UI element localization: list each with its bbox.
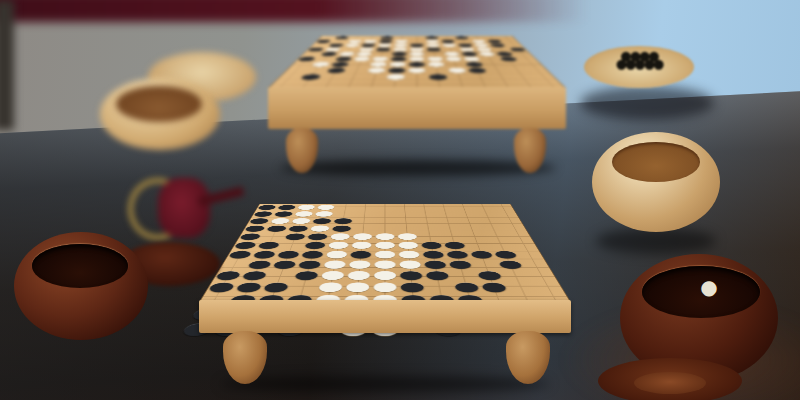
empty-point bbox=[395, 211, 416, 218]
empty-point bbox=[498, 217, 523, 224]
empty-point bbox=[532, 281, 566, 293]
foreground-goban-apron bbox=[199, 300, 571, 333]
empty-point bbox=[526, 270, 559, 281]
white-stone-point: ● bbox=[446, 67, 468, 73]
black-stone-point: ● bbox=[282, 232, 308, 240]
white-go-stone: ● bbox=[427, 61, 446, 67]
empty-point bbox=[520, 259, 551, 269]
empty-point bbox=[506, 232, 533, 240]
empty-point bbox=[495, 211, 519, 218]
foreground-goban-surface-wrap: ●●●●●●●●●●●●●●●●●●●●●●●●●●●●●●●●●●●●●●●●… bbox=[199, 150, 571, 302]
captured-black-stones: ●●●● ●●●●● bbox=[594, 44, 684, 76]
black-go-stone: ● bbox=[468, 249, 494, 259]
black-go-stone: ● bbox=[498, 56, 519, 61]
white-stone-point: ● bbox=[444, 56, 464, 61]
empty-point bbox=[417, 225, 440, 233]
empty-point bbox=[406, 73, 428, 80]
right-bowl-opening bbox=[612, 142, 700, 182]
black-stone-point: ● bbox=[468, 250, 496, 260]
foreground-goban-shadow bbox=[220, 376, 550, 392]
white-stone-point: ● bbox=[426, 61, 446, 67]
black-stone-point: ● bbox=[270, 259, 299, 269]
background-goban-surface-wrap: ●●●●●●●●●●●●●●●●●●●●●●●●●●●●●●●●●●●●●●●●… bbox=[268, 10, 566, 88]
black-go-stone: ● bbox=[466, 67, 488, 73]
black-go-stone: ● bbox=[271, 259, 299, 269]
black-stone-point: ● bbox=[427, 73, 449, 80]
black-stone-point: ● bbox=[374, 47, 392, 51]
go-scene-photo: ●●●●●●●●●●●●●●●●●●●●●●●●●●●●●●●●●●●●●●●●… bbox=[0, 0, 800, 400]
white-go-stone: ● bbox=[344, 43, 362, 47]
black-go-stone: ● bbox=[293, 269, 321, 280]
white-stone-point: ● bbox=[352, 56, 373, 61]
empty-point bbox=[511, 241, 539, 250]
white-stone-point: ● bbox=[384, 73, 406, 80]
white-stone-point: ● bbox=[407, 67, 428, 73]
black-go-stone: ● bbox=[265, 224, 289, 232]
black-go-stone: ● bbox=[479, 280, 509, 292]
empty-point bbox=[374, 217, 395, 224]
background-goban-apron bbox=[268, 87, 566, 129]
black-stone-point: ● bbox=[423, 270, 451, 281]
black-go-stone: ● bbox=[424, 269, 451, 280]
black-stone-point: ● bbox=[292, 270, 321, 281]
empty-point bbox=[515, 250, 545, 260]
empty-point bbox=[363, 73, 386, 80]
bottom-right-lid-inner bbox=[634, 372, 706, 394]
white-go-stone: ● bbox=[407, 67, 427, 73]
white-stone-point: ● bbox=[365, 67, 387, 73]
empty-point bbox=[395, 217, 417, 224]
white-go-stone: ● bbox=[447, 67, 468, 73]
empty-point bbox=[502, 225, 528, 233]
top-left-bowl-opening bbox=[116, 86, 202, 122]
empty-point bbox=[435, 211, 457, 218]
empty-point bbox=[416, 217, 438, 224]
empty-point bbox=[448, 73, 471, 80]
black-go-stone: ● bbox=[375, 47, 392, 51]
foreground-go-board-grid: ●●●●●●●●●●●●●●●●●●●●●●●●●●●●●●●●●●●●●●●●… bbox=[199, 204, 571, 302]
white-go-stone: ● bbox=[444, 56, 463, 61]
empty-point bbox=[415, 211, 437, 218]
empty-point bbox=[353, 217, 375, 224]
background-go-board-grid: ●●●●●●●●●●●●●●●●●●●●●●●●●●●●●●●●●●●●●●●●… bbox=[268, 36, 566, 88]
black-go-stone: ● bbox=[488, 43, 506, 47]
black-stone-point: ● bbox=[446, 259, 474, 269]
black-stone-point: ● bbox=[324, 67, 348, 73]
black-stone-point: ● bbox=[497, 56, 519, 61]
black-stone-point: ● bbox=[478, 281, 510, 293]
white-go-stone: ● bbox=[352, 56, 372, 61]
white-go-stone: ● bbox=[366, 67, 387, 73]
black-go-stone: ● bbox=[426, 47, 443, 51]
left-bowl-opening bbox=[32, 244, 128, 288]
black-go-stone: ● bbox=[325, 67, 348, 73]
black-go-stone: ● bbox=[454, 36, 470, 39]
blurred-left-edge-object bbox=[0, 0, 14, 130]
white-stone-in-bowl: ● bbox=[698, 280, 720, 295]
empty-point bbox=[375, 211, 396, 218]
empty-point bbox=[437, 217, 460, 224]
black-go-stone: ● bbox=[447, 259, 474, 269]
black-stone-point: ● bbox=[425, 47, 442, 51]
black-stone-point: ● bbox=[466, 67, 489, 73]
white-go-stone: ● bbox=[441, 43, 458, 47]
empty-point bbox=[530, 73, 558, 80]
black-go-stone: ● bbox=[496, 259, 525, 269]
black-go-stone: ● bbox=[283, 232, 307, 240]
black-stones-row: ●●●●● bbox=[616, 60, 663, 68]
black-stone-point: ● bbox=[488, 43, 507, 47]
empty-point bbox=[354, 211, 375, 218]
empty-point bbox=[438, 225, 462, 233]
top-right-lid-shadow bbox=[580, 86, 714, 120]
white-go-stone: ● bbox=[385, 73, 406, 80]
black-stone-point: ● bbox=[264, 225, 289, 233]
black-go-stone: ● bbox=[428, 73, 449, 80]
white-stone-point: ● bbox=[441, 43, 458, 47]
black-stone-point: ● bbox=[454, 36, 471, 39]
